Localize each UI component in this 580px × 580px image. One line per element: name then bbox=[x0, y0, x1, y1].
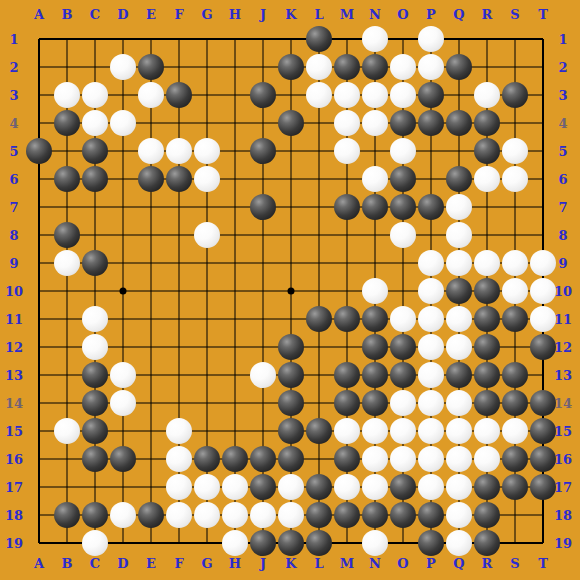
column-label-bottom-A: A bbox=[34, 557, 44, 570]
white-stone-G6[interactable] bbox=[194, 166, 220, 192]
column-label-top-O: O bbox=[397, 8, 408, 21]
white-stone-H17[interactable] bbox=[222, 474, 248, 500]
white-stone-N16[interactable] bbox=[362, 446, 388, 472]
white-stone-R15[interactable] bbox=[474, 418, 500, 444]
white-stone-D18[interactable] bbox=[110, 502, 136, 528]
row-label-right-6: 6 bbox=[558, 173, 567, 186]
column-label-bottom-S: S bbox=[510, 557, 519, 570]
white-stone-Q16[interactable] bbox=[446, 446, 472, 472]
white-stone-N4[interactable] bbox=[362, 110, 388, 136]
black-stone-L17[interactable] bbox=[306, 474, 332, 500]
black-stone-B18[interactable] bbox=[54, 502, 80, 528]
column-label-top-T: T bbox=[538, 8, 548, 21]
black-stone-K19[interactable] bbox=[278, 530, 304, 556]
column-label-bottom-L: L bbox=[314, 557, 323, 570]
white-stone-O2[interactable] bbox=[390, 54, 416, 80]
black-stone-Q4[interactable] bbox=[446, 110, 472, 136]
white-stone-D13[interactable] bbox=[110, 362, 136, 388]
white-stone-M5[interactable] bbox=[334, 138, 360, 164]
black-stone-J16[interactable] bbox=[250, 446, 276, 472]
black-stone-K12[interactable] bbox=[278, 334, 304, 360]
column-label-top-Q: Q bbox=[453, 8, 464, 21]
black-stone-L1[interactable] bbox=[306, 26, 332, 52]
black-stone-M18[interactable] bbox=[334, 502, 360, 528]
column-label-bottom-E: E bbox=[146, 557, 156, 570]
black-stone-M13[interactable] bbox=[334, 362, 360, 388]
white-stone-N6[interactable] bbox=[362, 166, 388, 192]
column-label-bottom-J: J bbox=[260, 557, 266, 570]
white-stone-N17[interactable] bbox=[362, 474, 388, 500]
row-label-left-14: 14 bbox=[5, 397, 23, 410]
row-label-left-1: 1 bbox=[9, 33, 18, 46]
star-point-K10 bbox=[288, 288, 295, 295]
black-stone-R11[interactable] bbox=[474, 306, 500, 332]
column-label-top-K: K bbox=[285, 8, 296, 21]
column-label-top-L: L bbox=[314, 8, 323, 21]
column-label-bottom-K: K bbox=[285, 557, 296, 570]
row-label-left-17: 17 bbox=[5, 481, 23, 494]
black-stone-B4[interactable] bbox=[54, 110, 80, 136]
black-stone-E18[interactable] bbox=[138, 502, 164, 528]
black-stone-C9[interactable] bbox=[82, 250, 108, 276]
black-stone-R19[interactable] bbox=[474, 530, 500, 556]
black-stone-O17[interactable] bbox=[390, 474, 416, 500]
column-label-top-D: D bbox=[117, 8, 128, 21]
black-stone-N18[interactable] bbox=[362, 502, 388, 528]
white-stone-M3[interactable] bbox=[334, 82, 360, 108]
white-stone-P17[interactable] bbox=[418, 474, 444, 500]
row-label-left-19: 19 bbox=[5, 537, 23, 550]
column-label-top-G: G bbox=[201, 8, 212, 21]
black-stone-P3[interactable] bbox=[418, 82, 444, 108]
white-stone-Q18[interactable] bbox=[446, 502, 472, 528]
black-stone-M11[interactable] bbox=[334, 306, 360, 332]
row-label-right-16: 16 bbox=[554, 453, 572, 466]
white-stone-H18[interactable] bbox=[222, 502, 248, 528]
black-stone-R4[interactable] bbox=[474, 110, 500, 136]
column-label-top-C: C bbox=[90, 8, 100, 21]
black-stone-O13[interactable] bbox=[390, 362, 416, 388]
column-label-top-P: P bbox=[426, 8, 436, 21]
white-stone-R6[interactable] bbox=[474, 166, 500, 192]
row-label-right-1: 1 bbox=[558, 33, 567, 46]
white-stone-M17[interactable] bbox=[334, 474, 360, 500]
row-label-left-9: 9 bbox=[9, 257, 18, 270]
black-stone-T17[interactable] bbox=[530, 474, 556, 500]
black-stone-P19[interactable] bbox=[418, 530, 444, 556]
black-stone-P18[interactable] bbox=[418, 502, 444, 528]
black-stone-N14[interactable] bbox=[362, 390, 388, 416]
black-stone-J17[interactable] bbox=[250, 474, 276, 500]
black-stone-L18[interactable] bbox=[306, 502, 332, 528]
column-label-bottom-G: G bbox=[201, 557, 212, 570]
black-stone-G16[interactable] bbox=[194, 446, 220, 472]
row-label-right-5: 5 bbox=[558, 145, 567, 158]
white-stone-P9[interactable] bbox=[418, 250, 444, 276]
row-label-left-11: 11 bbox=[5, 313, 23, 326]
white-stone-O16[interactable] bbox=[390, 446, 416, 472]
white-stone-S5[interactable] bbox=[502, 138, 528, 164]
black-stone-N2[interactable] bbox=[362, 54, 388, 80]
row-label-left-13: 13 bbox=[5, 369, 23, 382]
white-stone-F17[interactable] bbox=[166, 474, 192, 500]
white-stone-M4[interactable] bbox=[334, 110, 360, 136]
black-stone-M16[interactable] bbox=[334, 446, 360, 472]
black-stone-N11[interactable] bbox=[362, 306, 388, 332]
black-stone-F3[interactable] bbox=[166, 82, 192, 108]
white-stone-T11[interactable] bbox=[530, 306, 556, 332]
black-stone-K4[interactable] bbox=[278, 110, 304, 136]
white-stone-P14[interactable] bbox=[418, 390, 444, 416]
black-stone-L11[interactable] bbox=[306, 306, 332, 332]
black-stone-C14[interactable] bbox=[82, 390, 108, 416]
white-stone-L3[interactable] bbox=[306, 82, 332, 108]
white-stone-P10[interactable] bbox=[418, 278, 444, 304]
white-stone-C12[interactable] bbox=[82, 334, 108, 360]
white-stone-Q8[interactable] bbox=[446, 222, 472, 248]
black-stone-S16[interactable] bbox=[502, 446, 528, 472]
row-label-left-6: 6 bbox=[9, 173, 18, 186]
black-stone-F6[interactable] bbox=[166, 166, 192, 192]
white-stone-N1[interactable] bbox=[362, 26, 388, 52]
black-stone-O18[interactable] bbox=[390, 502, 416, 528]
white-stone-G18[interactable] bbox=[194, 502, 220, 528]
white-stone-R9[interactable] bbox=[474, 250, 500, 276]
row-label-left-8: 8 bbox=[9, 229, 18, 242]
row-label-right-12: 12 bbox=[554, 341, 572, 354]
white-stone-J18[interactable] bbox=[250, 502, 276, 528]
white-stone-Q11[interactable] bbox=[446, 306, 472, 332]
white-stone-R3[interactable] bbox=[474, 82, 500, 108]
black-stone-R5[interactable] bbox=[474, 138, 500, 164]
white-stone-Q17[interactable] bbox=[446, 474, 472, 500]
black-stone-C16[interactable] bbox=[82, 446, 108, 472]
black-stone-T15[interactable] bbox=[530, 418, 556, 444]
white-stone-M15[interactable] bbox=[334, 418, 360, 444]
white-stone-J13[interactable] bbox=[250, 362, 276, 388]
column-label-top-R: R bbox=[482, 8, 493, 21]
white-stone-B3[interactable] bbox=[54, 82, 80, 108]
white-stone-Q19[interactable] bbox=[446, 530, 472, 556]
white-stone-Q9[interactable] bbox=[446, 250, 472, 276]
row-label-right-14: 14 bbox=[554, 397, 572, 410]
black-stone-K14[interactable] bbox=[278, 390, 304, 416]
black-stone-J3[interactable] bbox=[250, 82, 276, 108]
column-label-top-H: H bbox=[229, 8, 241, 21]
column-label-bottom-O: O bbox=[397, 557, 408, 570]
black-stone-C18[interactable] bbox=[82, 502, 108, 528]
black-stone-O7[interactable] bbox=[390, 194, 416, 220]
white-stone-S10[interactable] bbox=[502, 278, 528, 304]
black-stone-L19[interactable] bbox=[306, 530, 332, 556]
white-stone-O5[interactable] bbox=[390, 138, 416, 164]
column-label-bottom-F: F bbox=[174, 557, 183, 570]
black-stone-A5[interactable] bbox=[26, 138, 52, 164]
black-stone-R10[interactable] bbox=[474, 278, 500, 304]
black-stone-J19[interactable] bbox=[250, 530, 276, 556]
white-stone-D4[interactable] bbox=[110, 110, 136, 136]
black-stone-R12[interactable] bbox=[474, 334, 500, 360]
black-stone-K13[interactable] bbox=[278, 362, 304, 388]
black-stone-J7[interactable] bbox=[250, 194, 276, 220]
black-stone-M14[interactable] bbox=[334, 390, 360, 416]
black-stone-K15[interactable] bbox=[278, 418, 304, 444]
star-point-D10 bbox=[120, 288, 127, 295]
white-stone-F5[interactable] bbox=[166, 138, 192, 164]
row-label-right-7: 7 bbox=[558, 201, 567, 214]
black-stone-B8[interactable] bbox=[54, 222, 80, 248]
white-stone-F18[interactable] bbox=[166, 502, 192, 528]
black-stone-S14[interactable] bbox=[502, 390, 528, 416]
white-stone-P16[interactable] bbox=[418, 446, 444, 472]
column-label-bottom-H: H bbox=[229, 557, 241, 570]
black-stone-D16[interactable] bbox=[110, 446, 136, 472]
column-label-bottom-P: P bbox=[426, 557, 436, 570]
white-stone-G8[interactable] bbox=[194, 222, 220, 248]
white-stone-T10[interactable] bbox=[530, 278, 556, 304]
black-stone-P4[interactable] bbox=[418, 110, 444, 136]
black-stone-K2[interactable] bbox=[278, 54, 304, 80]
black-stone-R18[interactable] bbox=[474, 502, 500, 528]
row-label-left-10: 10 bbox=[5, 285, 23, 298]
column-label-bottom-M: M bbox=[340, 557, 354, 570]
column-label-bottom-R: R bbox=[482, 557, 493, 570]
column-label-bottom-B: B bbox=[62, 557, 73, 570]
white-stone-H19[interactable] bbox=[222, 530, 248, 556]
white-stone-K17[interactable] bbox=[278, 474, 304, 500]
row-label-right-17: 17 bbox=[554, 481, 572, 494]
white-stone-C11[interactable] bbox=[82, 306, 108, 332]
white-stone-P2[interactable] bbox=[418, 54, 444, 80]
black-stone-Q13[interactable] bbox=[446, 362, 472, 388]
black-stone-O4[interactable] bbox=[390, 110, 416, 136]
black-stone-T16[interactable] bbox=[530, 446, 556, 472]
black-stone-Q2[interactable] bbox=[446, 54, 472, 80]
black-stone-T12[interactable] bbox=[530, 334, 556, 360]
row-label-right-4: 4 bbox=[558, 117, 567, 130]
row-label-left-18: 18 bbox=[5, 509, 23, 522]
white-stone-S15[interactable] bbox=[502, 418, 528, 444]
column-label-bottom-T: T bbox=[538, 557, 548, 570]
white-stone-N15[interactable] bbox=[362, 418, 388, 444]
black-stone-K16[interactable] bbox=[278, 446, 304, 472]
black-stone-H16[interactable] bbox=[222, 446, 248, 472]
white-stone-N10[interactable] bbox=[362, 278, 388, 304]
white-stone-O11[interactable] bbox=[390, 306, 416, 332]
black-stone-C5[interactable] bbox=[82, 138, 108, 164]
white-stone-F16[interactable] bbox=[166, 446, 192, 472]
row-label-right-10: 10 bbox=[554, 285, 572, 298]
row-label-right-2: 2 bbox=[558, 61, 567, 74]
black-stone-R13[interactable] bbox=[474, 362, 500, 388]
black-stone-L15[interactable] bbox=[306, 418, 332, 444]
white-stone-B15[interactable] bbox=[54, 418, 80, 444]
row-label-left-3: 3 bbox=[9, 89, 18, 102]
black-stone-M2[interactable] bbox=[334, 54, 360, 80]
black-stone-B6[interactable] bbox=[54, 166, 80, 192]
column-label-bottom-C: C bbox=[90, 557, 100, 570]
column-label-top-M: M bbox=[340, 8, 354, 21]
row-label-left-2: 2 bbox=[9, 61, 18, 74]
column-label-bottom-Q: Q bbox=[453, 557, 464, 570]
black-stone-O12[interactable] bbox=[390, 334, 416, 360]
white-stone-O8[interactable] bbox=[390, 222, 416, 248]
white-stone-P13[interactable] bbox=[418, 362, 444, 388]
go-board[interactable]: AABBCCDDEEFFGGHHJJKKLLMMNNOOPPQQRRSSTT11… bbox=[0, 0, 580, 580]
row-label-left-16: 16 bbox=[5, 453, 23, 466]
white-stone-B9[interactable] bbox=[54, 250, 80, 276]
column-label-bottom-N: N bbox=[369, 557, 381, 570]
row-label-right-3: 3 bbox=[558, 89, 567, 102]
row-label-left-4: 4 bbox=[9, 117, 18, 130]
row-label-left-7: 7 bbox=[9, 201, 18, 214]
black-stone-S17[interactable] bbox=[502, 474, 528, 500]
white-stone-G17[interactable] bbox=[194, 474, 220, 500]
column-label-top-N: N bbox=[369, 8, 381, 21]
column-label-top-A: A bbox=[34, 8, 44, 21]
black-stone-N12[interactable] bbox=[362, 334, 388, 360]
column-label-top-J: J bbox=[260, 8, 266, 21]
black-stone-T14[interactable] bbox=[530, 390, 556, 416]
black-stone-S3[interactable] bbox=[502, 82, 528, 108]
white-stone-K18[interactable] bbox=[278, 502, 304, 528]
black-stone-Q6[interactable] bbox=[446, 166, 472, 192]
row-label-left-15: 15 bbox=[5, 425, 23, 438]
white-stone-G5[interactable] bbox=[194, 138, 220, 164]
white-stone-P12[interactable] bbox=[418, 334, 444, 360]
white-stone-S9[interactable] bbox=[502, 250, 528, 276]
black-stone-S13[interactable] bbox=[502, 362, 528, 388]
white-stone-T9[interactable] bbox=[530, 250, 556, 276]
white-stone-Q15[interactable] bbox=[446, 418, 472, 444]
white-stone-P15[interactable] bbox=[418, 418, 444, 444]
row-label-right-15: 15 bbox=[554, 425, 572, 438]
black-stone-N7[interactable] bbox=[362, 194, 388, 220]
white-stone-N19[interactable] bbox=[362, 530, 388, 556]
black-stone-C6[interactable] bbox=[82, 166, 108, 192]
column-label-bottom-D: D bbox=[117, 557, 128, 570]
white-stone-P11[interactable] bbox=[418, 306, 444, 332]
white-stone-Q12[interactable] bbox=[446, 334, 472, 360]
column-label-top-B: B bbox=[62, 8, 73, 21]
black-stone-R17[interactable] bbox=[474, 474, 500, 500]
white-stone-C4[interactable] bbox=[82, 110, 108, 136]
white-stone-R16[interactable] bbox=[474, 446, 500, 472]
white-stone-O14[interactable] bbox=[390, 390, 416, 416]
white-stone-D14[interactable] bbox=[110, 390, 136, 416]
white-stone-N3[interactable] bbox=[362, 82, 388, 108]
black-stone-Q10[interactable] bbox=[446, 278, 472, 304]
column-label-top-S: S bbox=[510, 8, 519, 21]
black-stone-E6[interactable] bbox=[138, 166, 164, 192]
column-label-top-E: E bbox=[146, 8, 156, 21]
black-stone-S11[interactable] bbox=[502, 306, 528, 332]
column-label-top-F: F bbox=[174, 8, 183, 21]
black-stone-O6[interactable] bbox=[390, 166, 416, 192]
white-stone-C3[interactable] bbox=[82, 82, 108, 108]
row-label-left-12: 12 bbox=[5, 341, 23, 354]
white-stone-S6[interactable] bbox=[502, 166, 528, 192]
row-label-left-5: 5 bbox=[9, 145, 18, 158]
white-stone-E5[interactable] bbox=[138, 138, 164, 164]
white-stone-P1[interactable] bbox=[418, 26, 444, 52]
row-label-right-9: 9 bbox=[558, 257, 567, 270]
white-stone-O15[interactable] bbox=[390, 418, 416, 444]
black-stone-C13[interactable] bbox=[82, 362, 108, 388]
white-stone-E3[interactable] bbox=[138, 82, 164, 108]
black-stone-M7[interactable] bbox=[334, 194, 360, 220]
black-stone-C15[interactable] bbox=[82, 418, 108, 444]
black-stone-J5[interactable] bbox=[250, 138, 276, 164]
white-stone-O3[interactable] bbox=[390, 82, 416, 108]
black-stone-P7[interactable] bbox=[418, 194, 444, 220]
white-stone-D2[interactable] bbox=[110, 54, 136, 80]
white-stone-L2[interactable] bbox=[306, 54, 332, 80]
row-label-right-18: 18 bbox=[554, 509, 572, 522]
white-stone-Q7[interactable] bbox=[446, 194, 472, 220]
black-stone-N13[interactable] bbox=[362, 362, 388, 388]
black-stone-R14[interactable] bbox=[474, 390, 500, 416]
row-label-right-11: 11 bbox=[554, 313, 572, 326]
row-label-right-13: 13 bbox=[554, 369, 572, 382]
white-stone-Q14[interactable] bbox=[446, 390, 472, 416]
white-stone-C19[interactable] bbox=[82, 530, 108, 556]
black-stone-E2[interactable] bbox=[138, 54, 164, 80]
white-stone-F15[interactable] bbox=[166, 418, 192, 444]
row-label-right-8: 8 bbox=[558, 229, 567, 242]
row-label-right-19: 19 bbox=[554, 537, 572, 550]
